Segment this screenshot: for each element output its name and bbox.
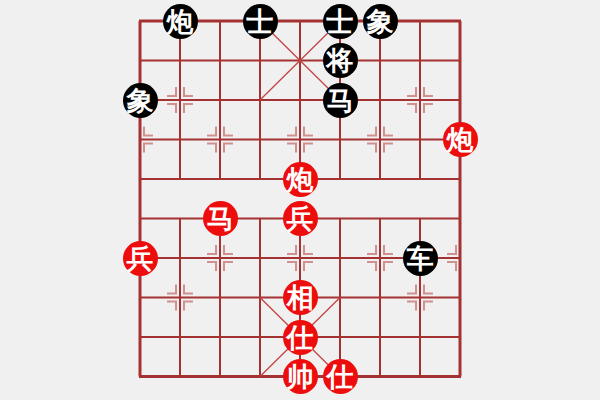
piece-black-cannon[interactable]: 炮	[163, 4, 198, 39]
piece-red-cannon[interactable]: 炮	[443, 122, 478, 157]
piece-black-chariot[interactable]: 车	[403, 241, 438, 276]
piece-red-horse[interactable]: 马	[203, 201, 238, 236]
piece-black-horse[interactable]: 马	[323, 83, 358, 118]
piece-black-advisor[interactable]: 士	[323, 4, 358, 39]
piece-red-elephant[interactable]: 相	[283, 280, 318, 315]
piece-black-general[interactable]: 将	[323, 43, 358, 78]
piece-red-general[interactable]: 帅	[283, 359, 318, 394]
piece-black-advisor[interactable]: 士	[243, 4, 278, 39]
piece-grid[interactable]: 炮士士象将象马炮炮马兵兵车相仕帅仕	[120, 1, 480, 396]
piece-red-advisor[interactable]: 仕	[283, 320, 318, 355]
piece-red-pawn[interactable]: 兵	[123, 241, 158, 276]
xiangqi-board: 炮士士象将象马炮炮马兵兵车相仕帅仕	[0, 0, 600, 400]
piece-red-advisor[interactable]: 仕	[323, 359, 358, 394]
piece-red-cannon[interactable]: 炮	[283, 162, 318, 197]
piece-black-elephant[interactable]: 象	[123, 83, 158, 118]
piece-black-elephant[interactable]: 象	[363, 4, 398, 39]
piece-red-pawn[interactable]: 兵	[283, 201, 318, 236]
